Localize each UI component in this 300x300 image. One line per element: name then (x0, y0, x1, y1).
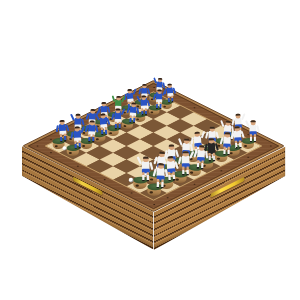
player-leg (89, 134, 91, 142)
player-leg (159, 102, 161, 109)
soccer-ball (129, 179, 133, 183)
player-leg (119, 121, 121, 129)
player-leg (156, 102, 158, 109)
player-arm (85, 125, 89, 132)
piece-base (148, 108, 159, 115)
player-figure (206, 138, 217, 162)
player-leg (227, 147, 229, 155)
player-arm (153, 77, 156, 83)
player-leg (168, 95, 170, 102)
player-leg (160, 179, 163, 188)
player-leg (129, 115, 131, 123)
player-leg (253, 134, 255, 142)
player-torso (182, 155, 190, 163)
player-head (199, 145, 204, 150)
player-head (116, 108, 120, 112)
player-arm (112, 95, 116, 101)
player-leg (168, 172, 171, 181)
player-head (157, 90, 161, 94)
player-arm (70, 131, 73, 138)
player-arm (193, 149, 197, 156)
player-figure (72, 126, 83, 149)
player-figure (113, 108, 122, 129)
player-arm (256, 125, 259, 132)
player-leg (101, 127, 104, 135)
piece-white-rook-a1[interactable] (143, 159, 165, 196)
player-leg (142, 108, 144, 115)
player-head (250, 120, 255, 125)
player-leg (92, 134, 94, 142)
player-head (74, 126, 79, 131)
player-head (158, 163, 163, 168)
player-head (131, 102, 136, 107)
player-figure (165, 83, 175, 103)
player-leg (239, 140, 242, 148)
player-leg (75, 140, 77, 148)
player-figure (139, 96, 149, 116)
player-head (167, 83, 171, 87)
player-figure (248, 120, 258, 142)
player-arm (126, 106, 130, 112)
player-head (183, 151, 188, 156)
player-head (224, 133, 229, 138)
player-arm (70, 114, 74, 121)
player-head (90, 120, 95, 125)
player-head (100, 114, 105, 119)
player-leg (223, 147, 225, 155)
soccer-ball (62, 146, 66, 150)
player-leg (213, 153, 215, 162)
player-leg (197, 160, 200, 169)
chess-set-photo (0, 0, 300, 300)
player-figure (194, 145, 207, 169)
player-head (235, 126, 240, 131)
player-arm (111, 112, 114, 118)
player-leg (171, 95, 173, 102)
player-head (167, 156, 173, 162)
player-leg (187, 166, 189, 175)
player-figure (221, 132, 232, 155)
player-leg (172, 172, 175, 181)
player-figure (127, 102, 138, 123)
player-leg (78, 140, 80, 148)
player-leg (156, 179, 159, 188)
player-leg (183, 166, 185, 175)
player-head (209, 138, 214, 143)
player-leg (200, 160, 203, 169)
player-leg (104, 127, 107, 135)
player-arm (179, 138, 184, 145)
player-arm (245, 120, 250, 127)
player-arm (137, 156, 142, 164)
player-leg (235, 140, 238, 148)
player-leg (209, 153, 211, 162)
player-head (142, 84, 146, 88)
player-figure (180, 151, 191, 175)
player-figure (87, 120, 98, 142)
player-leg (132, 115, 134, 123)
player-torso (115, 112, 122, 119)
player-figure (154, 90, 164, 110)
player-leg (145, 108, 147, 115)
player-arm (152, 168, 156, 176)
player-leg (250, 134, 252, 142)
player-figure (154, 163, 166, 189)
piece-black-pawn-a7[interactable] (63, 123, 82, 156)
player-arm (172, 87, 175, 93)
player-figure (98, 113, 109, 135)
player-figure (232, 126, 244, 149)
player-leg (115, 121, 117, 129)
player-arm (178, 155, 182, 162)
player-head (141, 96, 145, 100)
